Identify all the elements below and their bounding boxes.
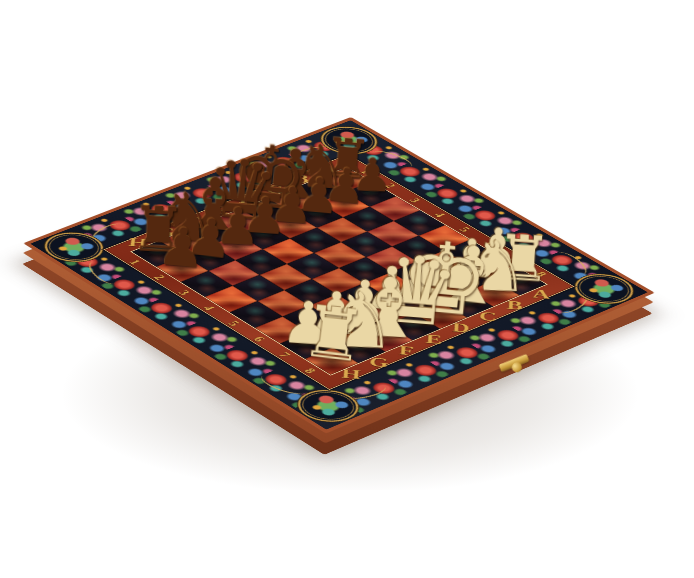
- board-top: 11AA22BB33CC44DD55EE66FF77GG88HH: [23, 117, 655, 433]
- product-photo: 11AA22BB33CC44DD55EE66FF77GG88HH ♜♞♝♛♚♝♞…: [0, 0, 694, 578]
- board-3d-scene: 11AA22BB33CC44DD55EE66FF77GG88HH ♜♞♝♛♚♝♞…: [0, 0, 694, 578]
